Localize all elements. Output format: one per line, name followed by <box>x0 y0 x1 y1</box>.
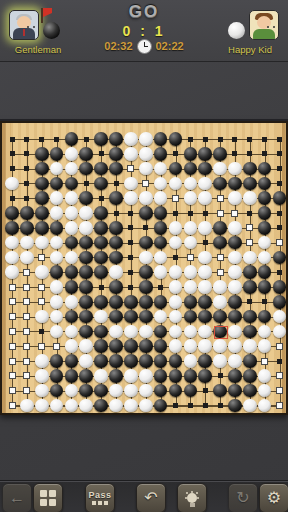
point-m4[interactable] <box>168 354 183 369</box>
hint-button[interactable] <box>177 483 207 512</box>
point-o14[interactable] <box>198 206 213 221</box>
point-f10[interactable] <box>79 265 94 280</box>
point-k4[interactable] <box>138 354 153 369</box>
point-d4[interactable] <box>49 354 64 369</box>
point-h16[interactable] <box>109 176 124 191</box>
point-s6[interactable] <box>257 324 272 339</box>
point-s2[interactable] <box>257 383 272 398</box>
point-p3[interactable] <box>213 368 228 383</box>
point-c14[interactable] <box>34 206 49 221</box>
point-j7[interactable] <box>123 309 138 324</box>
point-t9[interactable] <box>272 280 287 295</box>
point-q13[interactable] <box>227 220 242 235</box>
point-o6[interactable] <box>198 324 213 339</box>
point-s9[interactable] <box>257 280 272 295</box>
point-j4[interactable] <box>123 354 138 369</box>
point-c6[interactable] <box>34 324 49 339</box>
point-n4[interactable] <box>183 354 198 369</box>
point-o15[interactable] <box>198 191 213 206</box>
point-r3[interactable] <box>242 368 257 383</box>
point-d7[interactable] <box>49 309 64 324</box>
point-t3[interactable] <box>272 368 287 383</box>
point-t15[interactable] <box>272 191 287 206</box>
point-q4[interactable] <box>227 354 242 369</box>
point-h17[interactable] <box>109 161 124 176</box>
point-g8[interactable] <box>94 294 109 309</box>
point-j5[interactable] <box>123 339 138 354</box>
point-q19[interactable] <box>227 132 242 147</box>
point-g3[interactable] <box>94 368 109 383</box>
point-e13[interactable] <box>64 220 79 235</box>
point-s15[interactable] <box>257 191 272 206</box>
point-k15[interactable] <box>138 191 153 206</box>
point-a10[interactable] <box>5 265 20 280</box>
point-l9[interactable] <box>153 280 168 295</box>
point-h19[interactable] <box>109 132 124 147</box>
point-l14[interactable] <box>153 206 168 221</box>
point-o9[interactable] <box>198 280 213 295</box>
point-f17[interactable] <box>79 161 94 176</box>
point-k9[interactable] <box>138 280 153 295</box>
point-e2[interactable] <box>64 383 79 398</box>
point-p15[interactable] <box>213 191 228 206</box>
point-e10[interactable] <box>64 265 79 280</box>
point-n17[interactable] <box>183 161 198 176</box>
point-r9[interactable] <box>242 280 257 295</box>
point-h15[interactable] <box>109 191 124 206</box>
point-h11[interactable] <box>109 250 124 265</box>
point-m6[interactable] <box>168 324 183 339</box>
point-g9[interactable] <box>94 280 109 295</box>
point-n18[interactable] <box>183 146 198 161</box>
point-c17[interactable] <box>34 161 49 176</box>
point-n10[interactable] <box>183 265 198 280</box>
point-t19[interactable] <box>272 132 287 147</box>
point-a9[interactable] <box>5 280 20 295</box>
point-r6[interactable] <box>242 324 257 339</box>
point-p17[interactable] <box>213 161 228 176</box>
point-b3[interactable] <box>19 368 34 383</box>
point-r4[interactable] <box>242 354 257 369</box>
point-s3[interactable] <box>257 368 272 383</box>
point-p6[interactable] <box>213 324 228 339</box>
point-k12[interactable] <box>138 235 153 250</box>
point-k11[interactable] <box>138 250 153 265</box>
point-r8[interactable] <box>242 294 257 309</box>
point-o12[interactable] <box>198 235 213 250</box>
point-k8[interactable] <box>138 294 153 309</box>
point-b16[interactable] <box>19 176 34 191</box>
point-d5[interactable] <box>49 339 64 354</box>
point-t6[interactable] <box>272 324 287 339</box>
point-p8[interactable] <box>213 294 228 309</box>
point-t7[interactable] <box>272 309 287 324</box>
point-e3[interactable] <box>64 368 79 383</box>
point-q1[interactable] <box>227 398 242 413</box>
point-f12[interactable] <box>79 235 94 250</box>
point-f14[interactable] <box>79 206 94 221</box>
point-s16[interactable] <box>257 176 272 191</box>
point-r7[interactable] <box>242 309 257 324</box>
point-a2[interactable] <box>5 383 20 398</box>
point-b14[interactable] <box>19 206 34 221</box>
point-r13[interactable] <box>242 220 257 235</box>
point-c15[interactable] <box>34 191 49 206</box>
point-c2[interactable] <box>34 383 49 398</box>
point-t14[interactable] <box>272 206 287 221</box>
point-p10[interactable] <box>213 265 228 280</box>
point-n12[interactable] <box>183 235 198 250</box>
point-a17[interactable] <box>5 161 20 176</box>
point-q17[interactable] <box>227 161 242 176</box>
point-r18[interactable] <box>242 146 257 161</box>
point-g1[interactable] <box>94 398 109 413</box>
point-g4[interactable] <box>94 354 109 369</box>
point-d18[interactable] <box>49 146 64 161</box>
point-s14[interactable] <box>257 206 272 221</box>
point-g16[interactable] <box>94 176 109 191</box>
point-g7[interactable] <box>94 309 109 324</box>
point-p1[interactable] <box>213 398 228 413</box>
point-n5[interactable] <box>183 339 198 354</box>
point-p2[interactable] <box>213 383 228 398</box>
point-l11[interactable] <box>153 250 168 265</box>
point-d14[interactable] <box>49 206 64 221</box>
point-m12[interactable] <box>168 235 183 250</box>
point-p14[interactable] <box>213 206 228 221</box>
point-t17[interactable] <box>272 161 287 176</box>
point-q15[interactable] <box>227 191 242 206</box>
point-m15[interactable] <box>168 191 183 206</box>
point-h13[interactable] <box>109 220 124 235</box>
point-c5[interactable] <box>34 339 49 354</box>
point-s5[interactable] <box>257 339 272 354</box>
point-j9[interactable] <box>123 280 138 295</box>
point-d1[interactable] <box>49 398 64 413</box>
point-d2[interactable] <box>49 383 64 398</box>
point-d16[interactable] <box>49 176 64 191</box>
point-g13[interactable] <box>94 220 109 235</box>
point-s13[interactable] <box>257 220 272 235</box>
point-h7[interactable] <box>109 309 124 324</box>
point-n13[interactable] <box>183 220 198 235</box>
point-k17[interactable] <box>138 161 153 176</box>
point-e6[interactable] <box>64 324 79 339</box>
apps-grid-button[interactable] <box>33 483 63 512</box>
point-p16[interactable] <box>213 176 228 191</box>
point-d13[interactable] <box>49 220 64 235</box>
point-r2[interactable] <box>242 383 257 398</box>
point-j15[interactable] <box>123 191 138 206</box>
point-e18[interactable] <box>64 146 79 161</box>
point-o8[interactable] <box>198 294 213 309</box>
point-l12[interactable] <box>153 235 168 250</box>
point-s1[interactable] <box>257 398 272 413</box>
refresh-button[interactable]: ↻ <box>228 483 258 512</box>
point-j12[interactable] <box>123 235 138 250</box>
point-q9[interactable] <box>227 280 242 295</box>
point-l19[interactable] <box>153 132 168 147</box>
point-f8[interactable] <box>79 294 94 309</box>
point-d17[interactable] <box>49 161 64 176</box>
point-b17[interactable] <box>19 161 34 176</box>
point-f13[interactable] <box>79 220 94 235</box>
point-r11[interactable] <box>242 250 257 265</box>
point-h14[interactable] <box>109 206 124 221</box>
point-o18[interactable] <box>198 146 213 161</box>
point-o13[interactable] <box>198 220 213 235</box>
point-e14[interactable] <box>64 206 79 221</box>
point-e9[interactable] <box>64 280 79 295</box>
point-e1[interactable] <box>64 398 79 413</box>
point-j14[interactable] <box>123 206 138 221</box>
point-k1[interactable] <box>138 398 153 413</box>
point-p18[interactable] <box>213 146 228 161</box>
point-j3[interactable] <box>123 368 138 383</box>
point-r14[interactable] <box>242 206 257 221</box>
point-m11[interactable] <box>168 250 183 265</box>
point-l8[interactable] <box>153 294 168 309</box>
back-button[interactable]: ← <box>2 483 32 512</box>
point-r1[interactable] <box>242 398 257 413</box>
point-e11[interactable] <box>64 250 79 265</box>
point-o4[interactable] <box>198 354 213 369</box>
point-q8[interactable] <box>227 294 242 309</box>
point-q10[interactable] <box>227 265 242 280</box>
point-s10[interactable] <box>257 265 272 280</box>
point-n3[interactable] <box>183 368 198 383</box>
point-c18[interactable] <box>34 146 49 161</box>
point-t16[interactable] <box>272 176 287 191</box>
point-l3[interactable] <box>153 368 168 383</box>
point-n1[interactable] <box>183 398 198 413</box>
point-b10[interactable] <box>19 265 34 280</box>
point-e19[interactable] <box>64 132 79 147</box>
point-s18[interactable] <box>257 146 272 161</box>
point-r10[interactable] <box>242 265 257 280</box>
point-b2[interactable] <box>19 383 34 398</box>
point-g10[interactable] <box>94 265 109 280</box>
point-n15[interactable] <box>183 191 198 206</box>
point-o11[interactable] <box>198 250 213 265</box>
point-t5[interactable] <box>272 339 287 354</box>
point-b18[interactable] <box>19 146 34 161</box>
point-a3[interactable] <box>5 368 20 383</box>
point-n6[interactable] <box>183 324 198 339</box>
point-a8[interactable] <box>5 294 20 309</box>
point-t1[interactable] <box>272 398 287 413</box>
point-h9[interactable] <box>109 280 124 295</box>
point-t11[interactable] <box>272 250 287 265</box>
point-a15[interactable] <box>5 191 20 206</box>
player-right-avatar[interactable] <box>249 10 279 40</box>
point-k18[interactable] <box>138 146 153 161</box>
point-b7[interactable] <box>19 309 34 324</box>
point-a6[interactable] <box>5 324 20 339</box>
point-a5[interactable] <box>5 339 20 354</box>
point-j10[interactable] <box>123 265 138 280</box>
point-j2[interactable] <box>123 383 138 398</box>
point-g15[interactable] <box>94 191 109 206</box>
point-l7[interactable] <box>153 309 168 324</box>
point-d15[interactable] <box>49 191 64 206</box>
point-b5[interactable] <box>19 339 34 354</box>
point-e5[interactable] <box>64 339 79 354</box>
point-c3[interactable] <box>34 368 49 383</box>
point-n2[interactable] <box>183 383 198 398</box>
point-t10[interactable] <box>272 265 287 280</box>
point-l6[interactable] <box>153 324 168 339</box>
point-d11[interactable] <box>49 250 64 265</box>
point-l5[interactable] <box>153 339 168 354</box>
point-k13[interactable] <box>138 220 153 235</box>
point-t4[interactable] <box>272 354 287 369</box>
point-c19[interactable] <box>34 132 49 147</box>
point-n9[interactable] <box>183 280 198 295</box>
point-m10[interactable] <box>168 265 183 280</box>
point-h5[interactable] <box>109 339 124 354</box>
point-r17[interactable] <box>242 161 257 176</box>
point-f2[interactable] <box>79 383 94 398</box>
point-h10[interactable] <box>109 265 124 280</box>
point-t12[interactable] <box>272 235 287 250</box>
point-h18[interactable] <box>109 146 124 161</box>
point-e15[interactable] <box>64 191 79 206</box>
point-a19[interactable] <box>5 132 20 147</box>
point-b9[interactable] <box>19 280 34 295</box>
point-m17[interactable] <box>168 161 183 176</box>
point-a13[interactable] <box>5 220 20 235</box>
point-b19[interactable] <box>19 132 34 147</box>
point-n16[interactable] <box>183 176 198 191</box>
point-d19[interactable] <box>49 132 64 147</box>
point-m19[interactable] <box>168 132 183 147</box>
point-f15[interactable] <box>79 191 94 206</box>
point-r5[interactable] <box>242 339 257 354</box>
point-j1[interactable] <box>123 398 138 413</box>
pass-button[interactable]: Pass <box>85 483 115 512</box>
point-a18[interactable] <box>5 146 20 161</box>
point-m2[interactable] <box>168 383 183 398</box>
point-c10[interactable] <box>34 265 49 280</box>
point-c12[interactable] <box>34 235 49 250</box>
point-f6[interactable] <box>79 324 94 339</box>
point-e17[interactable] <box>64 161 79 176</box>
point-r16[interactable] <box>242 176 257 191</box>
point-p12[interactable] <box>213 235 228 250</box>
point-g11[interactable] <box>94 250 109 265</box>
point-c9[interactable] <box>34 280 49 295</box>
point-f5[interactable] <box>79 339 94 354</box>
point-q2[interactable] <box>227 383 242 398</box>
point-m9[interactable] <box>168 280 183 295</box>
point-c13[interactable] <box>34 220 49 235</box>
point-b12[interactable] <box>19 235 34 250</box>
point-l4[interactable] <box>153 354 168 369</box>
point-a1[interactable] <box>5 398 20 413</box>
point-f4[interactable] <box>79 354 94 369</box>
point-k5[interactable] <box>138 339 153 354</box>
point-m3[interactable] <box>168 368 183 383</box>
point-j17[interactable] <box>123 161 138 176</box>
point-f18[interactable] <box>79 146 94 161</box>
point-q3[interactable] <box>227 368 242 383</box>
point-e7[interactable] <box>64 309 79 324</box>
point-j6[interactable] <box>123 324 138 339</box>
point-r12[interactable] <box>242 235 257 250</box>
point-q5[interactable] <box>227 339 242 354</box>
point-s11[interactable] <box>257 250 272 265</box>
point-k14[interactable] <box>138 206 153 221</box>
point-a12[interactable] <box>5 235 20 250</box>
point-o10[interactable] <box>198 265 213 280</box>
point-a7[interactable] <box>5 309 20 324</box>
point-l15[interactable] <box>153 191 168 206</box>
point-g18[interactable] <box>94 146 109 161</box>
point-r15[interactable] <box>242 191 257 206</box>
point-m18[interactable] <box>168 146 183 161</box>
point-g2[interactable] <box>94 383 109 398</box>
point-f3[interactable] <box>79 368 94 383</box>
point-d10[interactable] <box>49 265 64 280</box>
point-n7[interactable] <box>183 309 198 324</box>
point-c7[interactable] <box>34 309 49 324</box>
point-l10[interactable] <box>153 265 168 280</box>
point-n19[interactable] <box>183 132 198 147</box>
point-c16[interactable] <box>34 176 49 191</box>
point-r19[interactable] <box>242 132 257 147</box>
point-o16[interactable] <box>198 176 213 191</box>
point-j11[interactable] <box>123 250 138 265</box>
point-j8[interactable] <box>123 294 138 309</box>
point-j19[interactable] <box>123 132 138 147</box>
point-l17[interactable] <box>153 161 168 176</box>
point-k7[interactable] <box>138 309 153 324</box>
point-p7[interactable] <box>213 309 228 324</box>
point-s17[interactable] <box>257 161 272 176</box>
point-a16[interactable] <box>5 176 20 191</box>
point-l18[interactable] <box>153 146 168 161</box>
point-n8[interactable] <box>183 294 198 309</box>
point-d6[interactable] <box>49 324 64 339</box>
point-o1[interactable] <box>198 398 213 413</box>
point-q14[interactable] <box>227 206 242 221</box>
point-d12[interactable] <box>49 235 64 250</box>
point-f11[interactable] <box>79 250 94 265</box>
point-f16[interactable] <box>79 176 94 191</box>
point-e4[interactable] <box>64 354 79 369</box>
undo-button[interactable]: ↶ <box>136 483 166 512</box>
point-t2[interactable] <box>272 383 287 398</box>
point-d9[interactable] <box>49 280 64 295</box>
point-f9[interactable] <box>79 280 94 295</box>
point-b13[interactable] <box>19 220 34 235</box>
point-s19[interactable] <box>257 132 272 147</box>
point-b11[interactable] <box>19 250 34 265</box>
point-m16[interactable] <box>168 176 183 191</box>
point-m13[interactable] <box>168 220 183 235</box>
point-p13[interactable] <box>213 220 228 235</box>
point-c8[interactable] <box>34 294 49 309</box>
point-f7[interactable] <box>79 309 94 324</box>
point-m14[interactable] <box>168 206 183 221</box>
point-q18[interactable] <box>227 146 242 161</box>
point-c4[interactable] <box>34 354 49 369</box>
point-h12[interactable] <box>109 235 124 250</box>
point-o17[interactable] <box>198 161 213 176</box>
point-k3[interactable] <box>138 368 153 383</box>
settings-button[interactable]: ⚙ <box>259 483 288 512</box>
